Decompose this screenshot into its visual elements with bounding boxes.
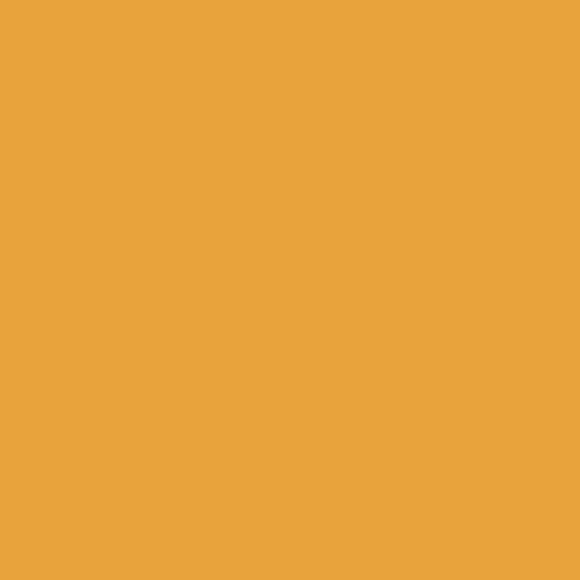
goban[interactable] bbox=[0, 0, 580, 580]
board-grid bbox=[0, 0, 580, 580]
